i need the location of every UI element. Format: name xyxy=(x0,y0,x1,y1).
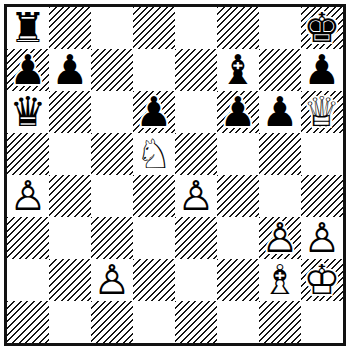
square-e4[interactable]: ♟♙ xyxy=(175,175,217,217)
square-c3[interactable] xyxy=(91,217,133,259)
square-e7[interactable] xyxy=(175,49,217,91)
square-g2[interactable]: ♝♗ xyxy=(259,259,301,301)
square-c7[interactable] xyxy=(91,49,133,91)
square-e5[interactable] xyxy=(175,133,217,175)
square-f8[interactable] xyxy=(217,7,259,49)
square-a5[interactable] xyxy=(7,133,49,175)
square-c1[interactable] xyxy=(91,301,133,343)
square-b1[interactable] xyxy=(49,301,91,343)
square-f1[interactable] xyxy=(217,301,259,343)
piece-white-pawn[interactable]: ♟♙ xyxy=(301,217,343,259)
square-c6[interactable] xyxy=(91,91,133,133)
square-d8[interactable] xyxy=(133,7,175,49)
square-a7[interactable]: ♟ xyxy=(7,49,49,91)
piece-outline-glyph: ♙ xyxy=(301,217,343,259)
square-h2[interactable]: ♚♔ xyxy=(301,259,343,301)
square-h8[interactable]: ♚ xyxy=(301,7,343,49)
piece-glyph: ♟ xyxy=(259,91,301,133)
square-b4[interactable] xyxy=(49,175,91,217)
square-a2[interactable] xyxy=(7,259,49,301)
board-frame: ♜♚♟♟♝♟♛♟♟♟♛♕♞♘♟♙♟♙♟♙♟♙♟♙♝♗♚♔ xyxy=(4,4,346,346)
square-c4[interactable] xyxy=(91,175,133,217)
piece-outline-glyph: ♙ xyxy=(259,217,301,259)
square-c2[interactable]: ♟♙ xyxy=(91,259,133,301)
square-d2[interactable] xyxy=(133,259,175,301)
piece-glyph: ♚ xyxy=(301,7,343,49)
square-b3[interactable] xyxy=(49,217,91,259)
square-a3[interactable] xyxy=(7,217,49,259)
piece-glyph: ♟ xyxy=(133,91,175,133)
square-c8[interactable] xyxy=(91,7,133,49)
piece-glyph: ♝ xyxy=(217,49,259,91)
chess-board: ♜♚♟♟♝♟♛♟♟♟♛♕♞♘♟♙♟♙♟♙♟♙♟♙♝♗♚♔ xyxy=(7,7,343,343)
square-d1[interactable] xyxy=(133,301,175,343)
piece-white-pawn[interactable]: ♟♙ xyxy=(175,175,217,217)
square-d6[interactable]: ♟ xyxy=(133,91,175,133)
square-b2[interactable] xyxy=(49,259,91,301)
square-f4[interactable] xyxy=(217,175,259,217)
square-h7[interactable]: ♟ xyxy=(301,49,343,91)
piece-glyph: ♟ xyxy=(49,49,91,91)
piece-white-king[interactable]: ♚♔ xyxy=(301,259,343,301)
piece-black-pawn[interactable]: ♟ xyxy=(49,49,91,91)
square-d7[interactable] xyxy=(133,49,175,91)
square-c5[interactable] xyxy=(91,133,133,175)
square-b5[interactable] xyxy=(49,133,91,175)
square-e3[interactable] xyxy=(175,217,217,259)
piece-black-pawn[interactable]: ♟ xyxy=(259,91,301,133)
square-g1[interactable] xyxy=(259,301,301,343)
square-h5[interactable] xyxy=(301,133,343,175)
square-e8[interactable] xyxy=(175,7,217,49)
square-a4[interactable]: ♟♙ xyxy=(7,175,49,217)
piece-black-rook[interactable]: ♜ xyxy=(7,7,49,49)
square-d3[interactable] xyxy=(133,217,175,259)
square-f6[interactable]: ♟ xyxy=(217,91,259,133)
square-d5[interactable]: ♞♘ xyxy=(133,133,175,175)
piece-outline-glyph: ♙ xyxy=(175,175,217,217)
piece-white-pawn[interactable]: ♟♙ xyxy=(7,175,49,217)
piece-outline-glyph: ♙ xyxy=(91,259,133,301)
square-h1[interactable] xyxy=(301,301,343,343)
square-g7[interactable] xyxy=(259,49,301,91)
piece-glyph: ♟ xyxy=(7,49,49,91)
piece-black-pawn[interactable]: ♟ xyxy=(133,91,175,133)
piece-outline-glyph: ♘ xyxy=(133,133,175,175)
piece-black-pawn[interactable]: ♟ xyxy=(7,49,49,91)
square-h4[interactable] xyxy=(301,175,343,217)
piece-white-bishop[interactable]: ♝♗ xyxy=(259,259,301,301)
piece-black-queen[interactable]: ♛ xyxy=(7,91,49,133)
square-g5[interactable] xyxy=(259,133,301,175)
square-e1[interactable] xyxy=(175,301,217,343)
piece-glyph: ♟ xyxy=(301,49,343,91)
piece-outline-glyph: ♗ xyxy=(259,259,301,301)
piece-glyph: ♜ xyxy=(7,7,49,49)
piece-white-pawn[interactable]: ♟♙ xyxy=(259,217,301,259)
piece-black-pawn[interactable]: ♟ xyxy=(217,91,259,133)
square-g4[interactable] xyxy=(259,175,301,217)
square-d4[interactable] xyxy=(133,175,175,217)
square-f2[interactable] xyxy=(217,259,259,301)
piece-outline-glyph: ♕ xyxy=(301,91,343,133)
piece-outline-glyph: ♔ xyxy=(301,259,343,301)
piece-white-pawn[interactable]: ♟♙ xyxy=(91,259,133,301)
piece-black-pawn[interactable]: ♟ xyxy=(301,49,343,91)
square-b8[interactable] xyxy=(49,7,91,49)
square-f7[interactable]: ♝ xyxy=(217,49,259,91)
square-f5[interactable] xyxy=(217,133,259,175)
square-b6[interactable] xyxy=(49,91,91,133)
piece-black-bishop[interactable]: ♝ xyxy=(217,49,259,91)
square-g3[interactable]: ♟♙ xyxy=(259,217,301,259)
piece-black-king[interactable]: ♚ xyxy=(301,7,343,49)
square-h3[interactable]: ♟♙ xyxy=(301,217,343,259)
piece-outline-glyph: ♙ xyxy=(7,175,49,217)
square-e6[interactable] xyxy=(175,91,217,133)
chess-diagram-page: ♜♚♟♟♝♟♛♟♟♟♛♕♞♘♟♙♟♙♟♙♟♙♟♙♝♗♚♔ xyxy=(0,0,350,350)
square-e2[interactable] xyxy=(175,259,217,301)
piece-glyph: ♟ xyxy=(217,91,259,133)
square-h6[interactable]: ♛♕ xyxy=(301,91,343,133)
square-a1[interactable] xyxy=(7,301,49,343)
square-g6[interactable]: ♟ xyxy=(259,91,301,133)
piece-white-knight[interactable]: ♞♘ xyxy=(133,133,175,175)
square-a8[interactable]: ♜ xyxy=(7,7,49,49)
square-f3[interactable] xyxy=(217,217,259,259)
square-a6[interactable]: ♛ xyxy=(7,91,49,133)
piece-glyph: ♛ xyxy=(7,91,49,133)
square-g8[interactable] xyxy=(259,7,301,49)
square-b7[interactable]: ♟ xyxy=(49,49,91,91)
piece-white-queen[interactable]: ♛♕ xyxy=(301,91,343,133)
